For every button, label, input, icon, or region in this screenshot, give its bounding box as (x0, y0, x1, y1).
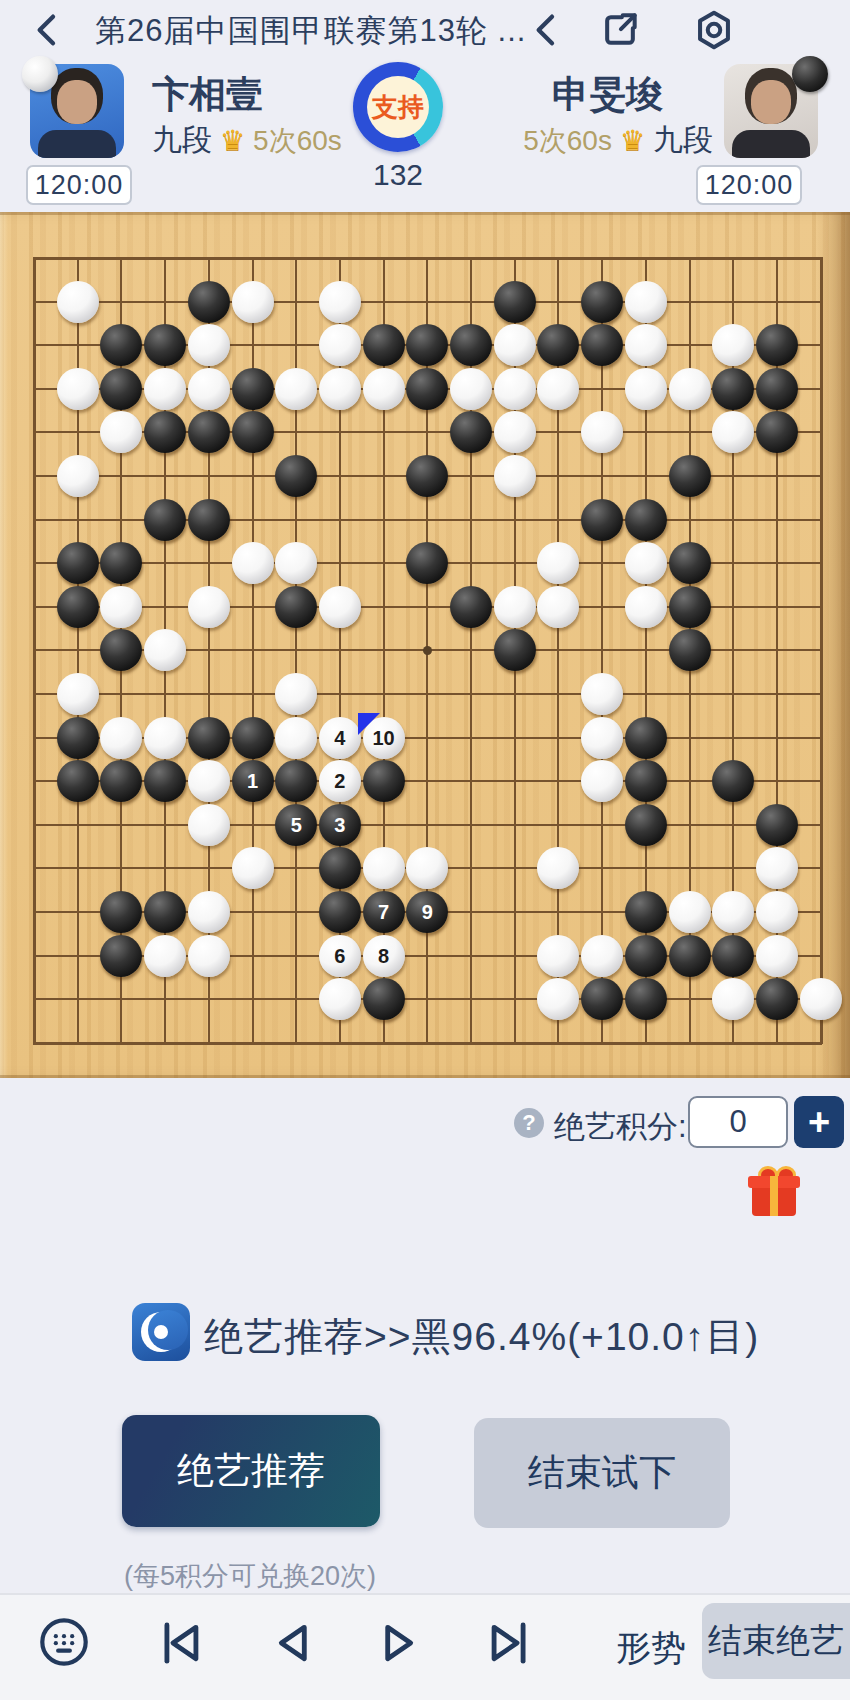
go-stone (625, 368, 667, 410)
go-stone: 3 (319, 804, 361, 846)
add-score-button[interactable]: + (794, 1096, 844, 1148)
go-stone (57, 281, 99, 323)
left-player-clock: 120:00 (26, 165, 132, 205)
go-stone (756, 978, 798, 1020)
go-stone (57, 586, 99, 628)
go-stone (669, 629, 711, 671)
go-stone: 1 (232, 760, 274, 802)
score-input[interactable] (688, 1096, 788, 1148)
go-stone: 2 (319, 760, 361, 802)
go-stone (275, 673, 317, 715)
go-stone (581, 717, 623, 759)
go-stone (319, 978, 361, 1020)
trial-move-number: 6 (334, 946, 345, 966)
go-stone (625, 760, 667, 802)
go-stone (406, 542, 448, 584)
go-stone (537, 847, 579, 889)
go-stone (406, 455, 448, 497)
go-stone (232, 368, 274, 410)
share-icon[interactable] (598, 8, 642, 52)
go-stone (188, 891, 230, 933)
go-stone (57, 760, 99, 802)
trial-move-number: 7 (378, 902, 389, 922)
go-stone (712, 891, 754, 933)
go-stone (581, 935, 623, 977)
go-stone (712, 411, 754, 453)
exchange-note: (每5积分可兑换20次) (100, 1558, 400, 1594)
go-stone (450, 324, 492, 366)
go-stone (319, 368, 361, 410)
left-player-rank: 九段 (152, 120, 212, 161)
go-stone (625, 586, 667, 628)
left-player-rank-row: 九段 ♛ 5次60s (152, 120, 342, 161)
go-stone (712, 324, 754, 366)
go-stone (406, 368, 448, 410)
go-stone (319, 847, 361, 889)
right-player-name: 申旻埈 (552, 70, 712, 120)
go-stone: 5 (275, 804, 317, 846)
go-stone (756, 935, 798, 977)
go-stone (537, 324, 579, 366)
go-stone (232, 717, 274, 759)
support-button[interactable]: 支持 (353, 62, 443, 152)
go-stone (756, 891, 798, 933)
go-stone: 4 (319, 717, 361, 759)
go-stone (275, 717, 317, 759)
go-stone (363, 324, 405, 366)
go-stone (319, 891, 361, 933)
grid-line-horizontal (33, 824, 822, 826)
go-stone (57, 455, 99, 497)
end-trial-button[interactable]: 结束试下 (474, 1418, 730, 1528)
go-stone (581, 673, 623, 715)
page-title: 第26届中国围甲联赛第13轮 ... (95, 10, 526, 52)
go-stone (57, 368, 99, 410)
go-stone (756, 324, 798, 366)
go-stone (188, 281, 230, 323)
previous-move-icon[interactable] (262, 1614, 320, 1672)
go-stone (144, 324, 186, 366)
go-stone (363, 978, 405, 1020)
back-icon[interactable] (28, 10, 68, 50)
go-stone (275, 455, 317, 497)
trial-move-number: 3 (334, 815, 345, 835)
end-ai-button[interactable]: 结束绝艺 (702, 1603, 850, 1679)
ai-recommend-button[interactable]: 绝艺推荐 (122, 1415, 380, 1527)
go-stone (756, 411, 798, 453)
crown-icon: ♛ (220, 124, 245, 157)
go-stone (188, 717, 230, 759)
trial-move-number: 2 (334, 771, 345, 791)
go-stone (188, 499, 230, 541)
go-stone (363, 847, 405, 889)
go-stone (800, 978, 842, 1020)
score-label: 绝艺积分: (554, 1106, 687, 1148)
go-stone (188, 935, 230, 977)
right-player-clock: 120:00 (696, 165, 802, 205)
go-stone (406, 324, 448, 366)
go-stone (319, 281, 361, 323)
go-stone (537, 978, 579, 1020)
go-stone (581, 324, 623, 366)
go-stone: 8 (363, 935, 405, 977)
gift-icon[interactable] (748, 1166, 800, 1218)
go-stone (100, 935, 142, 977)
keyboard-icon[interactable] (36, 1614, 92, 1670)
ai-logo-icon (132, 1303, 190, 1361)
last-move-marker-icon (358, 713, 380, 735)
go-stone (363, 760, 405, 802)
trial-move-number: 4 (334, 728, 345, 748)
go-stone (625, 978, 667, 1020)
go-stone (494, 281, 536, 323)
go-stone (232, 281, 274, 323)
go-stone (669, 455, 711, 497)
ai-recommendation-text: 绝艺推荐>>黑96.4%(+10.0↑目) (204, 1310, 759, 1364)
go-stone (581, 978, 623, 1020)
grid-line-vertical (820, 257, 823, 1044)
go-stone (188, 804, 230, 846)
support-label: 支持 (367, 76, 429, 138)
left-player-name: 卞相壹 (152, 70, 263, 120)
go-stone (712, 760, 754, 802)
go-stone (100, 891, 142, 933)
go-stone (494, 586, 536, 628)
go-stone (625, 804, 667, 846)
go-stone (100, 629, 142, 671)
go-stone (537, 368, 579, 410)
go-stone (625, 281, 667, 323)
go-stone (188, 411, 230, 453)
support-count: 132 (353, 158, 443, 192)
go-stone (100, 760, 142, 802)
go-stone (581, 411, 623, 453)
go-stone (581, 499, 623, 541)
go-stone (275, 760, 317, 802)
go-stone (100, 411, 142, 453)
trial-move-number: 1 (247, 771, 258, 791)
go-stone (756, 368, 798, 410)
grid-line-vertical (601, 257, 603, 1044)
go-stone (537, 542, 579, 584)
go-stone (450, 368, 492, 410)
go-stone (363, 368, 405, 410)
last-move-icon[interactable] (482, 1614, 540, 1672)
go-stone (275, 542, 317, 584)
go-stone (581, 281, 623, 323)
go-stone (232, 411, 274, 453)
go-stone: 9 (406, 891, 448, 933)
go-stone: 6 (319, 935, 361, 977)
go-stone (494, 455, 536, 497)
collapse-chevron-icon[interactable] (527, 10, 567, 50)
go-stone (144, 760, 186, 802)
go-stone (57, 673, 99, 715)
go-stone (450, 411, 492, 453)
go-stone (625, 499, 667, 541)
black-stone-badge (792, 56, 828, 92)
white-stone-badge (22, 56, 58, 92)
go-stone (319, 324, 361, 366)
crown-icon: ♛ (620, 124, 645, 157)
go-stone (625, 324, 667, 366)
go-stone: 7 (363, 891, 405, 933)
grid-line-horizontal (33, 998, 822, 1000)
go-board[interactable]: 41012537968 (0, 212, 850, 1078)
grid-line-horizontal (33, 693, 822, 695)
go-stone (144, 717, 186, 759)
go-stone (144, 935, 186, 977)
go-stone (188, 760, 230, 802)
go-stone (537, 935, 579, 977)
go-stone (100, 542, 142, 584)
trial-move-number: 8 (378, 946, 389, 966)
go-stone (100, 324, 142, 366)
trial-move-number: 5 (291, 815, 302, 835)
go-stone (494, 368, 536, 410)
left-player-byoyomi: 5次60s (253, 122, 342, 160)
first-move-icon[interactable] (150, 1614, 208, 1672)
app-root: 第26届中国围甲联赛第13轮 ... 卞相壹 九段 ♛ 5次60s 120:00… (0, 0, 850, 1700)
go-stone (144, 411, 186, 453)
go-stone (669, 935, 711, 977)
go-stone (537, 586, 579, 628)
go-stone (625, 935, 667, 977)
go-stone (100, 586, 142, 628)
go-stone (144, 891, 186, 933)
go-stone (669, 891, 711, 933)
go-stone (232, 542, 274, 584)
go-stone (57, 717, 99, 759)
go-stone (669, 368, 711, 410)
go-stone (100, 717, 142, 759)
go-stone (57, 542, 99, 584)
go-stone (144, 629, 186, 671)
go-stone (625, 891, 667, 933)
go-stone (188, 586, 230, 628)
go-stone (232, 847, 274, 889)
go-stone (406, 847, 448, 889)
right-player-byoyomi: 5次60s (523, 122, 612, 160)
go-stone (669, 542, 711, 584)
situation-button[interactable]: 形势 (616, 1625, 686, 1672)
right-player-rank-row: 5次60s ♛ 九段 (440, 120, 713, 161)
go-stone (275, 586, 317, 628)
trial-move-number: 9 (422, 902, 433, 922)
help-icon[interactable]: ? (514, 1108, 544, 1138)
go-stone (756, 847, 798, 889)
go-stone (712, 368, 754, 410)
right-player-rank: 九段 (653, 120, 713, 161)
bottom-toolbar: 形势 结束绝艺 (0, 1593, 850, 1700)
star-point (423, 646, 432, 655)
go-stone (275, 368, 317, 410)
go-stone (756, 804, 798, 846)
go-stone (494, 411, 536, 453)
go-stone (188, 368, 230, 410)
go-stone (494, 629, 536, 671)
settings-icon[interactable] (692, 8, 736, 52)
go-stone (100, 368, 142, 410)
go-stone (669, 586, 711, 628)
go-stone (712, 935, 754, 977)
go-stone (450, 586, 492, 628)
go-stone (625, 542, 667, 584)
grid-line-horizontal (33, 1042, 822, 1045)
go-stone (144, 368, 186, 410)
go-stone (188, 324, 230, 366)
go-stone (581, 760, 623, 802)
go-stone (494, 324, 536, 366)
go-stone (712, 978, 754, 1020)
go-stone (144, 499, 186, 541)
go-stone (625, 717, 667, 759)
go-stone (319, 586, 361, 628)
next-move-icon[interactable] (372, 1614, 430, 1672)
